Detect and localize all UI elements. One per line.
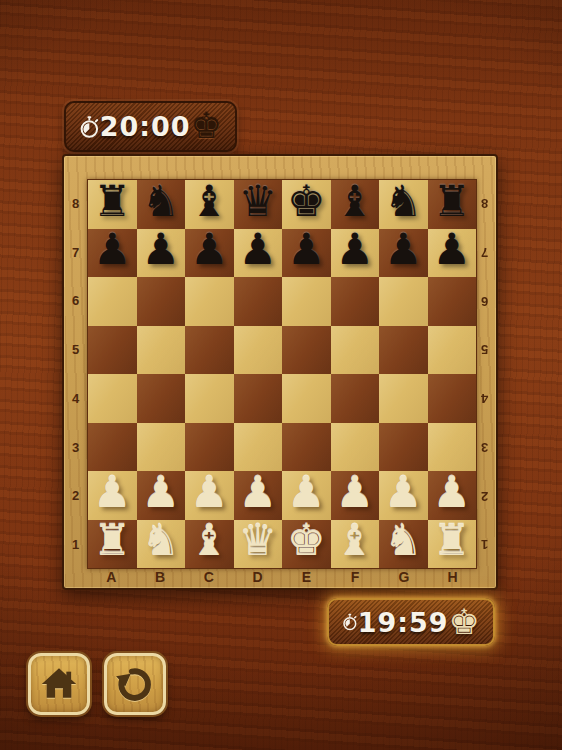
square-c5[interactable]	[185, 326, 234, 375]
black-pawn[interactable]: ♟	[335, 228, 374, 271]
rank-label: 5	[473, 325, 496, 374]
square-d1[interactable]: ♛	[234, 520, 283, 569]
square-d3[interactable]	[234, 423, 283, 472]
square-g6[interactable]	[379, 277, 428, 326]
white-clock-time: 19:59	[358, 607, 449, 638]
square-h1[interactable]: ♜	[428, 520, 477, 569]
square-b7[interactable]: ♟	[137, 229, 186, 278]
white-king[interactable]: ♚	[287, 519, 326, 562]
file-label: G	[380, 565, 429, 588]
square-f3[interactable]	[331, 423, 380, 472]
white-bishop[interactable]: ♝	[335, 519, 374, 562]
square-g4[interactable]	[379, 374, 428, 423]
rank-label: 8	[473, 179, 496, 228]
square-g5[interactable]	[379, 326, 428, 375]
square-h3[interactable]	[428, 423, 477, 472]
square-b3[interactable]	[137, 423, 186, 472]
rank-label: 2	[64, 472, 87, 521]
black-pawn[interactable]: ♟	[238, 228, 277, 271]
white-pawn[interactable]: ♟	[432, 471, 471, 514]
rank-label: 2	[473, 472, 496, 521]
square-g1[interactable]: ♞	[379, 520, 428, 569]
square-e3[interactable]	[282, 423, 331, 472]
black-pawn[interactable]: ♟	[141, 228, 180, 271]
file-label: B	[136, 565, 185, 588]
square-a3[interactable]	[88, 423, 137, 472]
chess-board: 8 7 6 5 4 3 2 1 ♜♞♝♛♚♝♞♜♟♟♟♟♟♟♟♟♟♟♟♟♟♟♟♟…	[62, 154, 498, 590]
black-king[interactable]: ♚	[287, 180, 326, 223]
rank-label: 4	[64, 374, 87, 423]
square-b5[interactable]	[137, 326, 186, 375]
white-clock: 19:59 ♚	[327, 598, 495, 646]
square-d7[interactable]: ♟	[234, 229, 283, 278]
square-e5[interactable]	[282, 326, 331, 375]
square-a7[interactable]: ♟	[88, 229, 137, 278]
rank-label: 5	[64, 325, 87, 374]
square-c4[interactable]	[185, 374, 234, 423]
black-pawn[interactable]: ♟	[287, 228, 326, 271]
square-f6[interactable]	[331, 277, 380, 326]
rank-label: 8	[64, 179, 87, 228]
rank-labels-left: 8 7 6 5 4 3 2 1	[64, 179, 87, 569]
white-pawn[interactable]: ♟	[190, 471, 229, 514]
stopwatch-icon	[342, 605, 358, 639]
square-a6[interactable]	[88, 277, 137, 326]
white-rook[interactable]: ♜	[432, 519, 471, 562]
home-icon	[39, 664, 79, 704]
square-c1[interactable]: ♝	[185, 520, 234, 569]
black-pawn[interactable]: ♟	[384, 228, 423, 271]
square-g2[interactable]: ♟	[379, 471, 428, 520]
square-f4[interactable]	[331, 374, 380, 423]
square-e7[interactable]: ♟	[282, 229, 331, 278]
restart-icon	[114, 663, 156, 705]
square-e4[interactable]	[282, 374, 331, 423]
square-f2[interactable]: ♟	[331, 471, 380, 520]
file-label: C	[185, 565, 234, 588]
square-d5[interactable]	[234, 326, 283, 375]
black-knight[interactable]: ♞	[141, 180, 180, 223]
square-e8[interactable]: ♚	[282, 180, 331, 229]
square-h8[interactable]: ♜	[428, 180, 477, 229]
square-b1[interactable]: ♞	[137, 520, 186, 569]
white-queen[interactable]: ♛	[238, 519, 277, 562]
board-grid: ♜♞♝♛♚♝♞♜♟♟♟♟♟♟♟♟♟♟♟♟♟♟♟♟♜♞♝♛♚♝♞♜	[87, 179, 477, 569]
square-h5[interactable]	[428, 326, 477, 375]
square-g7[interactable]: ♟	[379, 229, 428, 278]
square-c6[interactable]	[185, 277, 234, 326]
square-h7[interactable]: ♟	[428, 229, 477, 278]
square-a2[interactable]: ♟	[88, 471, 137, 520]
white-rook[interactable]: ♜	[93, 519, 132, 562]
black-bishop[interactable]: ♝	[190, 180, 229, 223]
white-pawn[interactable]: ♟	[335, 471, 374, 514]
white-bishop[interactable]: ♝	[190, 519, 229, 562]
black-king-icon: ♚	[191, 109, 222, 144]
stopwatch-icon	[79, 109, 100, 145]
square-e1[interactable]: ♚	[282, 520, 331, 569]
white-pawn[interactable]: ♟	[384, 471, 423, 514]
square-c7[interactable]: ♟	[185, 229, 234, 278]
rank-label: 3	[64, 423, 87, 472]
home-button[interactable]	[28, 653, 90, 715]
chess-app: 20:00 ♚ 8 7 6 5 4 3 2 1 ♜♞♝♛♚♝♞♜♟♟♟♟♟♟♟♟…	[0, 0, 562, 750]
square-b8[interactable]: ♞	[137, 180, 186, 229]
file-label: F	[331, 565, 380, 588]
file-label: D	[233, 565, 282, 588]
black-rook[interactable]: ♜	[93, 180, 132, 223]
square-b4[interactable]	[137, 374, 186, 423]
file-label: E	[282, 565, 331, 588]
white-king-icon: ♚	[449, 605, 480, 640]
square-d4[interactable]	[234, 374, 283, 423]
square-c8[interactable]: ♝	[185, 180, 234, 229]
square-h4[interactable]	[428, 374, 477, 423]
square-c2[interactable]: ♟	[185, 471, 234, 520]
square-h6[interactable]	[428, 277, 477, 326]
square-f1[interactable]: ♝	[331, 520, 380, 569]
file-labels: A B C D E F G H	[87, 565, 477, 588]
square-h2[interactable]: ♟	[428, 471, 477, 520]
square-d2[interactable]: ♟	[234, 471, 283, 520]
black-rook[interactable]: ♜	[432, 180, 471, 223]
rank-label: 3	[473, 423, 496, 472]
black-clock: 20:00 ♚	[64, 101, 237, 152]
square-a5[interactable]	[88, 326, 137, 375]
square-f5[interactable]	[331, 326, 380, 375]
white-knight[interactable]: ♞	[141, 519, 180, 562]
square-c3[interactable]	[185, 423, 234, 472]
white-knight[interactable]: ♞	[384, 519, 423, 562]
square-f7[interactable]: ♟	[331, 229, 380, 278]
white-pawn[interactable]: ♟	[238, 471, 277, 514]
square-e6[interactable]	[282, 277, 331, 326]
square-b2[interactable]: ♟	[137, 471, 186, 520]
white-pawn[interactable]: ♟	[287, 471, 326, 514]
white-pawn[interactable]: ♟	[93, 471, 132, 514]
black-pawn[interactable]: ♟	[93, 228, 132, 271]
square-a4[interactable]	[88, 374, 137, 423]
restart-button[interactable]	[104, 653, 166, 715]
square-g8[interactable]: ♞	[379, 180, 428, 229]
rank-label: 4	[473, 374, 496, 423]
rank-labels-right: 8 7 6 5 4 3 2 1	[473, 179, 496, 569]
black-pawn[interactable]: ♟	[432, 228, 471, 271]
square-d6[interactable]	[234, 277, 283, 326]
white-pawn[interactable]: ♟	[141, 471, 180, 514]
rank-label: 6	[64, 277, 87, 326]
rank-label: 7	[64, 228, 87, 277]
file-label: A	[87, 565, 136, 588]
black-pawn[interactable]: ♟	[190, 228, 229, 271]
black-knight[interactable]: ♞	[384, 180, 423, 223]
rank-label: 7	[473, 228, 496, 277]
black-queen[interactable]: ♛	[238, 180, 277, 223]
file-label: H	[428, 565, 477, 588]
black-bishop[interactable]: ♝	[335, 180, 374, 223]
rank-label: 1	[473, 520, 496, 569]
square-a8[interactable]: ♜	[88, 180, 137, 229]
square-g3[interactable]	[379, 423, 428, 472]
rank-label: 1	[64, 520, 87, 569]
square-d8[interactable]: ♛	[234, 180, 283, 229]
square-e2[interactable]: ♟	[282, 471, 331, 520]
square-b6[interactable]	[137, 277, 186, 326]
square-a1[interactable]: ♜	[88, 520, 137, 569]
square-f8[interactable]: ♝	[331, 180, 380, 229]
black-clock-time: 20:00	[100, 111, 191, 142]
rank-label: 6	[473, 277, 496, 326]
